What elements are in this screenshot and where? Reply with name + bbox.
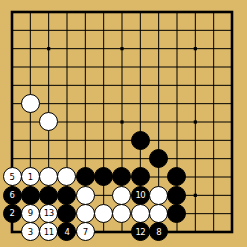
go-board[interactable]: 51610291331147128 bbox=[0, 0, 247, 247]
board-point bbox=[113, 168, 131, 186]
white-stone[interactable] bbox=[76, 204, 95, 223]
board-point: 7 bbox=[76, 223, 94, 241]
white-stone-move-7[interactable]: 7 bbox=[76, 222, 95, 241]
white-stone-move-9[interactable]: 9 bbox=[21, 204, 40, 223]
board-point: 8 bbox=[149, 223, 167, 241]
board-point: 3 bbox=[21, 223, 39, 241]
board-point bbox=[39, 168, 57, 186]
board-point bbox=[58, 168, 76, 186]
black-stone[interactable] bbox=[57, 186, 76, 205]
stones-layer: 51610291331147128 bbox=[3, 3, 241, 241]
black-stone-move-6[interactable]: 6 bbox=[3, 186, 22, 205]
black-stone-move-2[interactable]: 2 bbox=[3, 204, 22, 223]
board-point: 2 bbox=[3, 204, 21, 222]
board-point: 5 bbox=[3, 168, 21, 186]
white-stone[interactable] bbox=[39, 167, 58, 186]
white-stone-move-3[interactable]: 3 bbox=[21, 222, 40, 241]
board-point: 1 bbox=[21, 168, 39, 186]
board-point: 4 bbox=[58, 223, 76, 241]
black-stone[interactable] bbox=[112, 167, 131, 186]
board-point bbox=[168, 186, 186, 204]
black-stone[interactable] bbox=[131, 131, 150, 150]
white-stone-move-1[interactable]: 1 bbox=[21, 167, 40, 186]
board-point bbox=[94, 204, 112, 222]
black-stone[interactable] bbox=[167, 186, 186, 205]
black-stone[interactable] bbox=[131, 167, 150, 186]
white-stone-move-11[interactable]: 11 bbox=[39, 222, 58, 241]
board-point: 9 bbox=[21, 204, 39, 222]
black-stone-move-10[interactable]: 10 bbox=[131, 186, 150, 205]
board-point bbox=[131, 204, 149, 222]
black-stone[interactable] bbox=[39, 186, 58, 205]
board-point: 13 bbox=[39, 204, 57, 222]
black-stone[interactable] bbox=[76, 167, 95, 186]
board-point bbox=[39, 113, 57, 131]
white-stone-move-5[interactable]: 5 bbox=[3, 167, 22, 186]
white-stone[interactable] bbox=[57, 167, 76, 186]
board-point bbox=[113, 204, 131, 222]
white-stone[interactable] bbox=[149, 186, 168, 205]
board-point bbox=[21, 94, 39, 112]
black-stone[interactable] bbox=[167, 204, 186, 223]
board-point bbox=[149, 204, 167, 222]
black-stone[interactable] bbox=[167, 167, 186, 186]
board-point bbox=[168, 204, 186, 222]
board-point bbox=[131, 168, 149, 186]
board-point: 11 bbox=[39, 223, 57, 241]
black-stone[interactable] bbox=[149, 149, 168, 168]
board-point: 12 bbox=[131, 223, 149, 241]
board-point bbox=[168, 168, 186, 186]
black-stone-move-8[interactable]: 8 bbox=[149, 222, 168, 241]
white-stone[interactable] bbox=[21, 94, 40, 113]
white-stone[interactable] bbox=[76, 186, 95, 205]
board-point: 10 bbox=[131, 186, 149, 204]
black-stone[interactable] bbox=[21, 186, 40, 205]
white-stone[interactable] bbox=[131, 204, 150, 223]
board-point bbox=[149, 149, 167, 167]
board-point bbox=[58, 186, 76, 204]
board-point bbox=[76, 186, 94, 204]
white-stone[interactable] bbox=[149, 204, 168, 223]
board-point bbox=[39, 186, 57, 204]
black-stone-move-12[interactable]: 12 bbox=[131, 222, 150, 241]
board-point bbox=[76, 204, 94, 222]
black-stone-move-4[interactable]: 4 bbox=[57, 222, 76, 241]
white-stone[interactable] bbox=[112, 204, 131, 223]
board-point: 6 bbox=[3, 186, 21, 204]
black-stone[interactable] bbox=[57, 204, 76, 223]
board-point bbox=[58, 204, 76, 222]
board-point bbox=[131, 131, 149, 149]
white-stone[interactable] bbox=[39, 112, 58, 131]
white-stone[interactable] bbox=[112, 186, 131, 205]
black-stone[interactable] bbox=[94, 167, 113, 186]
board-point bbox=[149, 186, 167, 204]
board-point bbox=[21, 186, 39, 204]
board-point bbox=[113, 186, 131, 204]
board-point bbox=[76, 168, 94, 186]
white-stone[interactable] bbox=[94, 204, 113, 223]
board-point bbox=[94, 168, 112, 186]
white-stone-move-13[interactable]: 13 bbox=[39, 204, 58, 223]
